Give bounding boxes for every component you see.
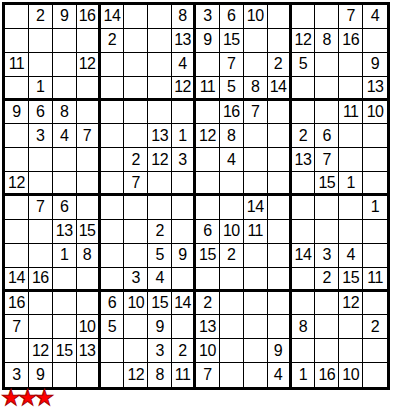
cell-r15c2: 12 xyxy=(29,339,53,363)
cell-r7c16[interactable] xyxy=(363,148,387,172)
cell-r10c7: 2 xyxy=(148,220,172,244)
difficulty-rating: ★★★ xyxy=(1,387,51,409)
cell-r13c10[interactable] xyxy=(220,292,244,316)
cell-r9c5[interactable] xyxy=(101,196,125,220)
cell-r14c4: 10 xyxy=(77,315,101,339)
cell-r2c8: 13 xyxy=(172,29,196,53)
cell-r7c15[interactable] xyxy=(339,148,363,172)
cell-r1c1[interactable] xyxy=(5,5,29,29)
cell-r6c10: 8 xyxy=(220,124,244,148)
cell-r4c11: 8 xyxy=(244,77,268,101)
cell-r1c10: 6 xyxy=(220,5,244,29)
cell-r1c9: 3 xyxy=(196,5,220,29)
cell-r4c15[interactable] xyxy=(339,77,363,101)
cell-r2c11[interactable] xyxy=(244,29,268,53)
cell-r1c13[interactable] xyxy=(292,5,316,29)
cell-r4c3[interactable] xyxy=(53,77,77,101)
cell-r2c12[interactable] xyxy=(268,29,292,53)
cell-r10c9: 6 xyxy=(196,220,220,244)
cell-r7c4[interactable] xyxy=(77,148,101,172)
cell-r16c5[interactable] xyxy=(101,363,125,387)
cell-r2c7[interactable] xyxy=(148,29,172,53)
cell-r9c14[interactable] xyxy=(315,196,339,220)
cell-r15c9: 10 xyxy=(196,339,220,363)
cell-r4c2: 1 xyxy=(29,77,53,101)
cell-r10c5[interactable] xyxy=(101,220,125,244)
cell-r6c4: 7 xyxy=(77,124,101,148)
cell-r12c13[interactable] xyxy=(292,268,316,292)
cell-r13c16[interactable] xyxy=(363,292,387,316)
cell-r14c9: 13 xyxy=(196,315,220,339)
cell-r9c9[interactable] xyxy=(196,196,220,220)
cell-r7c14: 7 xyxy=(315,148,339,172)
cell-r6c6[interactable] xyxy=(124,124,148,148)
sudoku-board: 2916148361074213915128161112472591121158… xyxy=(2,2,390,390)
cell-r11c14: 3 xyxy=(315,244,339,268)
cell-r14c14[interactable] xyxy=(315,315,339,339)
cell-r2c14: 8 xyxy=(315,29,339,53)
cell-r13c2[interactable] xyxy=(29,292,53,316)
cell-r8c8[interactable] xyxy=(172,172,196,196)
cell-r2c9: 9 xyxy=(196,29,220,53)
cell-r8c13[interactable] xyxy=(292,172,316,196)
cell-r9c6[interactable] xyxy=(124,196,148,220)
cell-r15c10[interactable] xyxy=(220,339,244,363)
cell-r12c11[interactable] xyxy=(244,268,268,292)
cell-r11c15: 4 xyxy=(339,244,363,268)
cell-r14c7: 9 xyxy=(148,315,172,339)
cell-r3c15[interactable] xyxy=(339,53,363,77)
cell-r2c6[interactable] xyxy=(124,29,148,53)
cell-r7c10: 4 xyxy=(220,148,244,172)
cell-r10c15[interactable] xyxy=(339,220,363,244)
cell-r11c13: 14 xyxy=(292,244,316,268)
cell-r12c5[interactable] xyxy=(101,268,125,292)
cell-r13c8: 14 xyxy=(172,292,196,316)
cell-r2c15: 16 xyxy=(339,29,363,53)
cell-r10c6[interactable] xyxy=(124,220,148,244)
cell-r1c6[interactable] xyxy=(124,5,148,29)
cell-r1c2: 2 xyxy=(29,5,53,29)
cell-r16c13: 1 xyxy=(292,363,316,387)
cell-r9c11: 14 xyxy=(244,196,268,220)
cell-r1c14[interactable] xyxy=(315,5,339,29)
cell-r12c2: 16 xyxy=(29,268,53,292)
cell-r10c3: 13 xyxy=(53,220,77,244)
cell-r8c16[interactable] xyxy=(363,172,387,196)
cell-r13c11[interactable] xyxy=(244,292,268,316)
cell-r10c4: 15 xyxy=(77,220,101,244)
cell-r15c7: 3 xyxy=(148,339,172,363)
cell-r2c16[interactable] xyxy=(363,29,387,53)
cell-r10c13[interactable] xyxy=(292,220,316,244)
cell-r6c2: 3 xyxy=(29,124,53,148)
cell-r3c3[interactable] xyxy=(53,53,77,77)
cell-r13c5: 6 xyxy=(101,292,125,316)
cell-r15c8: 2 xyxy=(172,339,196,363)
cell-r6c8: 1 xyxy=(172,124,196,148)
cell-r1c16: 4 xyxy=(363,5,387,29)
cell-r1c12[interactable] xyxy=(268,5,292,29)
cell-r5c2: 6 xyxy=(29,101,53,125)
cell-r5c10: 16 xyxy=(220,101,244,125)
cell-r13c1: 16 xyxy=(5,292,29,316)
cell-r12c6: 3 xyxy=(124,268,148,292)
cell-r6c1[interactable] xyxy=(5,124,29,148)
cell-r15c11[interactable] xyxy=(244,339,268,363)
cell-r15c4: 13 xyxy=(77,339,101,363)
cell-r15c5[interactable] xyxy=(101,339,125,363)
cell-r4c13[interactable] xyxy=(292,77,316,101)
cell-r9c8[interactable] xyxy=(172,196,196,220)
cell-r8c11[interactable] xyxy=(244,172,268,196)
cell-r16c9: 7 xyxy=(196,363,220,387)
cell-r12c1: 14 xyxy=(5,268,29,292)
cell-r3c7[interactable] xyxy=(148,53,172,77)
cell-r14c5: 5 xyxy=(101,315,125,339)
cell-r13c3[interactable] xyxy=(53,292,77,316)
cell-r8c4[interactable] xyxy=(77,172,101,196)
cell-r5c11: 7 xyxy=(244,101,268,125)
cell-r2c5: 2 xyxy=(101,29,125,53)
cell-r14c2[interactable] xyxy=(29,315,53,339)
cell-r8c2[interactable] xyxy=(29,172,53,196)
cell-r11c1[interactable] xyxy=(5,244,29,268)
cell-r14c15[interactable] xyxy=(339,315,363,339)
cell-r12c7: 4 xyxy=(148,268,172,292)
cell-r4c9: 11 xyxy=(196,77,220,101)
cell-r7c12[interactable] xyxy=(268,148,292,172)
cell-r5c6[interactable] xyxy=(124,101,148,125)
cell-r15c15[interactable] xyxy=(339,339,363,363)
cell-r16c2: 9 xyxy=(29,363,53,387)
cell-r5c12[interactable] xyxy=(268,101,292,125)
cell-r14c13: 8 xyxy=(292,315,316,339)
cell-r8c10[interactable] xyxy=(220,172,244,196)
cell-r4c14[interactable] xyxy=(315,77,339,101)
cell-r16c3[interactable] xyxy=(53,363,77,387)
cell-r10c2[interactable] xyxy=(29,220,53,244)
cell-r16c14: 16 xyxy=(315,363,339,387)
cell-r12c15: 15 xyxy=(339,268,363,292)
cell-r5c9[interactable] xyxy=(196,101,220,125)
cell-r11c2[interactable] xyxy=(29,244,53,268)
cell-r9c4[interactable] xyxy=(77,196,101,220)
cell-r2c2[interactable] xyxy=(29,29,53,53)
cell-r5c15: 11 xyxy=(339,101,363,125)
cell-r4c16: 13 xyxy=(363,77,387,101)
cell-r2c4[interactable] xyxy=(77,29,101,53)
cell-r16c10[interactable] xyxy=(220,363,244,387)
cell-r11c6[interactable] xyxy=(124,244,148,268)
cell-r8c14: 15 xyxy=(315,172,339,196)
cell-r6c5[interactable] xyxy=(101,124,125,148)
cell-r1c7[interactable] xyxy=(148,5,172,29)
cell-r15c6[interactable] xyxy=(124,339,148,363)
cell-r7c11[interactable] xyxy=(244,148,268,172)
cell-r13c15: 12 xyxy=(339,292,363,316)
cell-r7c5[interactable] xyxy=(101,148,125,172)
cell-r16c6: 12 xyxy=(124,363,148,387)
cell-r3c1: 11 xyxy=(5,53,29,77)
cell-r2c1[interactable] xyxy=(5,29,29,53)
cell-r11c4: 8 xyxy=(77,244,101,268)
cell-r7c8: 3 xyxy=(172,148,196,172)
cell-r8c15: 1 xyxy=(339,172,363,196)
cell-r10c16[interactable] xyxy=(363,220,387,244)
cell-r12c10[interactable] xyxy=(220,268,244,292)
cell-r11c11[interactable] xyxy=(244,244,268,268)
cell-r4c4[interactable] xyxy=(77,77,101,101)
cell-r13c14[interactable] xyxy=(315,292,339,316)
cell-r10c10: 10 xyxy=(220,220,244,244)
cell-r16c16[interactable] xyxy=(363,363,387,387)
cell-r9c12[interactable] xyxy=(268,196,292,220)
page: { "game": "16x16 sudoku (super sudoku / … xyxy=(0,0,393,409)
cell-r5c8[interactable] xyxy=(172,101,196,125)
cell-r15c13[interactable] xyxy=(292,339,316,363)
cell-r11c10: 2 xyxy=(220,244,244,268)
cell-r4c7[interactable] xyxy=(148,77,172,101)
cell-r9c10[interactable] xyxy=(220,196,244,220)
difficulty-star-icon: ★ xyxy=(34,387,54,409)
cell-r13c6: 10 xyxy=(124,292,148,316)
cell-r10c1[interactable] xyxy=(5,220,29,244)
cell-r6c14: 6 xyxy=(315,124,339,148)
cell-r14c8[interactable] xyxy=(172,315,196,339)
cell-r11c3: 1 xyxy=(53,244,77,268)
cell-r14c11[interactable] xyxy=(244,315,268,339)
cell-r4c6[interactable] xyxy=(124,77,148,101)
cell-r11c16[interactable] xyxy=(363,244,387,268)
cell-r1c8: 8 xyxy=(172,5,196,29)
cell-r2c3[interactable] xyxy=(53,29,77,53)
cell-r8c1: 12 xyxy=(5,172,29,196)
cell-r16c8: 11 xyxy=(172,363,196,387)
cell-r13c13[interactable] xyxy=(292,292,316,316)
cell-r7c9[interactable] xyxy=(196,148,220,172)
cell-r1c5: 14 xyxy=(101,5,125,29)
cell-r8c6: 7 xyxy=(124,172,148,196)
cell-r16c11[interactable] xyxy=(244,363,268,387)
cell-r5c7[interactable] xyxy=(148,101,172,125)
cell-r7c6: 2 xyxy=(124,148,148,172)
cell-r11c12[interactable] xyxy=(268,244,292,268)
cell-r3c10: 7 xyxy=(220,53,244,77)
cell-r12c14: 2 xyxy=(315,268,339,292)
cell-r3c14[interactable] xyxy=(315,53,339,77)
cell-r7c2[interactable] xyxy=(29,148,53,172)
cell-r12c3[interactable] xyxy=(53,268,77,292)
cell-r3c8: 4 xyxy=(172,53,196,77)
cell-r9c15[interactable] xyxy=(339,196,363,220)
cell-r14c10[interactable] xyxy=(220,315,244,339)
cell-r6c9: 12 xyxy=(196,124,220,148)
cell-r6c16[interactable] xyxy=(363,124,387,148)
cell-r12c8[interactable] xyxy=(172,268,196,292)
cell-r1c4: 16 xyxy=(77,5,101,29)
cell-r10c8[interactable] xyxy=(172,220,196,244)
cell-r8c3[interactable] xyxy=(53,172,77,196)
cell-r9c1[interactable] xyxy=(5,196,29,220)
cell-r4c12: 14 xyxy=(268,77,292,101)
cell-r14c6[interactable] xyxy=(124,315,148,339)
cell-r8c12[interactable] xyxy=(268,172,292,196)
cell-r11c8: 9 xyxy=(172,244,196,268)
cell-r14c3[interactable] xyxy=(53,315,77,339)
cell-r3c6[interactable] xyxy=(124,53,148,77)
cell-r14c1: 7 xyxy=(5,315,29,339)
cell-r5c4[interactable] xyxy=(77,101,101,125)
cell-r13c4[interactable] xyxy=(77,292,101,316)
cell-r15c16[interactable] xyxy=(363,339,387,363)
cell-r6c11[interactable] xyxy=(244,124,268,148)
cell-r3c13: 5 xyxy=(292,53,316,77)
cell-r16c15: 10 xyxy=(339,363,363,387)
cell-r15c14[interactable] xyxy=(315,339,339,363)
cell-r3c12: 2 xyxy=(268,53,292,77)
cell-r5c1: 9 xyxy=(5,101,29,125)
cell-r4c8: 12 xyxy=(172,77,196,101)
cell-r14c12[interactable] xyxy=(268,315,292,339)
cell-r3c16: 9 xyxy=(363,53,387,77)
cell-r6c12[interactable] xyxy=(268,124,292,148)
cell-r3c4: 12 xyxy=(77,53,101,77)
cell-r7c7: 12 xyxy=(148,148,172,172)
cell-r5c3: 8 xyxy=(53,101,77,125)
cell-r16c1: 3 xyxy=(5,363,29,387)
cell-r12c12[interactable] xyxy=(268,268,292,292)
cell-r10c14[interactable] xyxy=(315,220,339,244)
cell-r1c11: 10 xyxy=(244,5,268,29)
cell-r13c7: 15 xyxy=(148,292,172,316)
cell-r16c4[interactable] xyxy=(77,363,101,387)
cell-r7c1[interactable] xyxy=(5,148,29,172)
cell-r12c4[interactable] xyxy=(77,268,101,292)
cell-r6c7: 13 xyxy=(148,124,172,148)
cell-r14c16: 2 xyxy=(363,315,387,339)
cell-r2c10: 15 xyxy=(220,29,244,53)
cell-r10c12[interactable] xyxy=(268,220,292,244)
cell-r3c11[interactable] xyxy=(244,53,268,77)
cell-r6c15[interactable] xyxy=(339,124,363,148)
cell-r3c9[interactable] xyxy=(196,53,220,77)
cell-r16c7: 8 xyxy=(148,363,172,387)
cell-r9c2: 7 xyxy=(29,196,53,220)
cell-r13c12[interactable] xyxy=(268,292,292,316)
cell-r9c16: 1 xyxy=(363,196,387,220)
cell-r5c16: 10 xyxy=(363,101,387,125)
cell-r11c7: 5 xyxy=(148,244,172,268)
cell-r3c2[interactable] xyxy=(29,53,53,77)
cell-r16c12: 4 xyxy=(268,363,292,387)
cell-r3c5[interactable] xyxy=(101,53,125,77)
cell-r15c12: 9 xyxy=(268,339,292,363)
cell-r6c3: 4 xyxy=(53,124,77,148)
cell-r12c16: 11 xyxy=(363,268,387,292)
cell-r5c14[interactable] xyxy=(315,101,339,125)
cell-r8c7[interactable] xyxy=(148,172,172,196)
cell-r15c3: 15 xyxy=(53,339,77,363)
cell-r10c11: 11 xyxy=(244,220,268,244)
cell-r11c5[interactable] xyxy=(101,244,125,268)
cell-r1c15: 7 xyxy=(339,5,363,29)
cell-r9c13[interactable] xyxy=(292,196,316,220)
cell-r2c13: 12 xyxy=(292,29,316,53)
cell-r12c9[interactable] xyxy=(196,268,220,292)
cell-r5c13[interactable] xyxy=(292,101,316,125)
cell-r11c9: 15 xyxy=(196,244,220,268)
cell-r9c7[interactable] xyxy=(148,196,172,220)
cell-r4c1[interactable] xyxy=(5,77,29,101)
cell-r4c10: 5 xyxy=(220,77,244,101)
cell-r7c13: 13 xyxy=(292,148,316,172)
cell-r7c3[interactable] xyxy=(53,148,77,172)
cell-r8c5[interactable] xyxy=(101,172,125,196)
cell-r5c5[interactable] xyxy=(101,101,125,125)
cell-r4c5[interactable] xyxy=(101,77,125,101)
cell-r1c3: 9 xyxy=(53,5,77,29)
cell-r8c9[interactable] xyxy=(196,172,220,196)
cell-r15c1[interactable] xyxy=(5,339,29,363)
cell-r6c13: 2 xyxy=(292,124,316,148)
cell-r13c9: 2 xyxy=(196,292,220,316)
cell-r9c3: 6 xyxy=(53,196,77,220)
